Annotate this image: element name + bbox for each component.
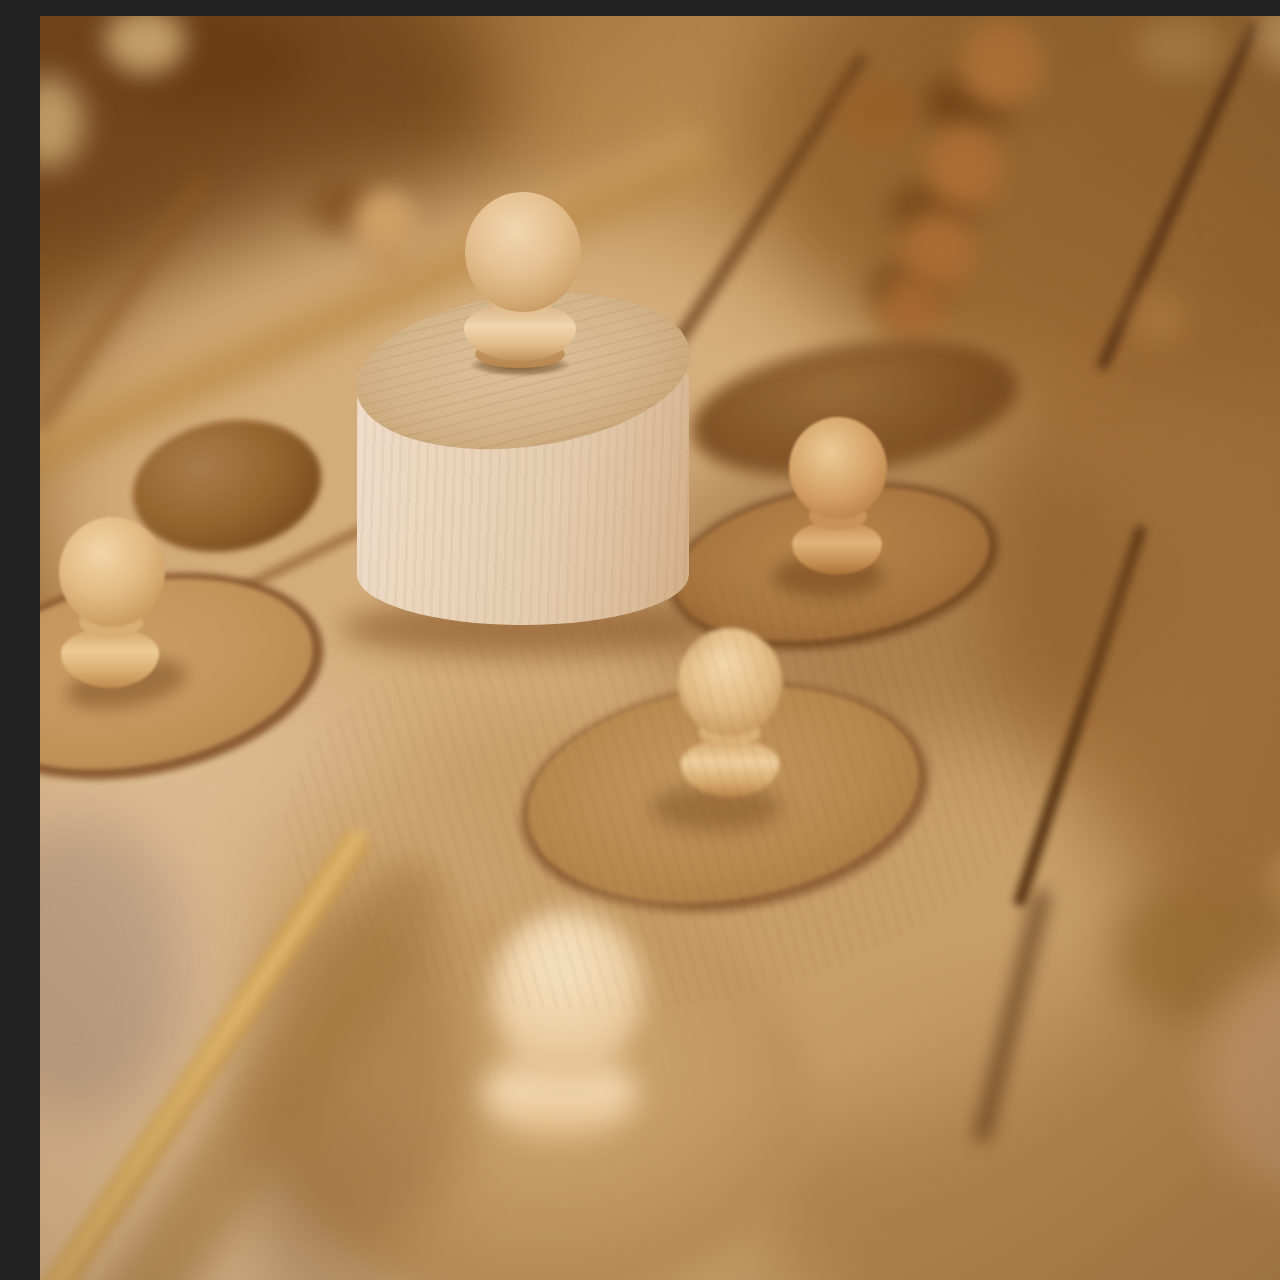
photo-canvas bbox=[40, 16, 1280, 1280]
vignette bbox=[40, 16, 1280, 1280]
